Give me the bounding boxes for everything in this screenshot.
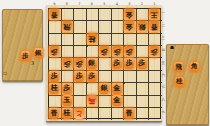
piece-香-1二[interactable]: 香	[149, 21, 159, 32]
cell-2一[interactable]	[137, 9, 150, 21]
cell-4三[interactable]	[112, 34, 125, 46]
rank-label: 四	[162, 50, 166, 54]
cell-6一[interactable]	[87, 9, 100, 21]
piece-金-4七[interactable]: 金	[112, 83, 122, 94]
cell-7一[interactable]	[74, 9, 87, 21]
cell-8三[interactable]	[62, 34, 75, 46]
piece-桂-9七[interactable]: 桂	[49, 83, 59, 94]
cell-8一[interactable]	[62, 9, 75, 21]
piece-歩-8五[interactable]: 歩	[62, 58, 72, 69]
rank-label: 七	[162, 87, 166, 91]
file-label: 9	[53, 3, 55, 7]
cell-2六[interactable]	[137, 71, 150, 83]
file-label: 6	[91, 3, 93, 7]
cell-6二[interactable]	[87, 21, 100, 33]
cell-2七[interactable]	[137, 83, 150, 95]
piece-香-9九[interactable]: 香	[49, 108, 59, 119]
cell-4一[interactable]	[112, 9, 125, 21]
piece-馬-6八[interactable]: 馬	[87, 95, 97, 106]
star-point	[86, 82, 88, 84]
cell-1七[interactable]	[149, 83, 162, 95]
file-label: 3	[128, 3, 130, 7]
cell-1三[interactable]	[149, 34, 162, 46]
gote-hand-銀[interactable]: 銀	[34, 48, 43, 58]
piece-歩-9六[interactable]: 歩	[49, 71, 59, 82]
piece-金-3二[interactable]: 金	[124, 21, 134, 32]
piece-銀-5七[interactable]: 銀	[99, 83, 109, 94]
piece-歩-4四[interactable]: 歩	[112, 46, 122, 57]
cell-1六[interactable]	[149, 71, 162, 83]
sente-side-mark: ☗	[170, 46, 174, 51]
cell-9五[interactable]	[49, 58, 62, 70]
piece-歩-3四[interactable]: 歩	[124, 46, 134, 57]
cell-3六[interactable]	[124, 71, 137, 83]
cell-5六[interactable]	[99, 71, 112, 83]
piece-王-1一[interactable]: 王	[149, 9, 159, 20]
cell-6四[interactable]	[87, 46, 100, 58]
cell-5一[interactable]	[99, 9, 112, 21]
cell-9二[interactable]	[49, 21, 62, 33]
piece-金-4八[interactable]: 金	[112, 95, 122, 106]
cell-1五[interactable]	[149, 58, 162, 70]
cell-5五[interactable]	[99, 58, 112, 70]
hand-count: 3	[31, 61, 34, 66]
piece-香-3九[interactable]: 香	[124, 108, 134, 119]
cell-3七[interactable]	[124, 83, 137, 95]
piece-歩-6六[interactable]: 歩	[87, 71, 97, 82]
rank-label: 五	[162, 62, 166, 66]
cell-6九[interactable]	[87, 108, 100, 120]
piece-飛-8二[interactable]: 飛	[62, 21, 72, 32]
cell-4六[interactable]	[112, 71, 125, 83]
file-label: 7	[78, 3, 80, 7]
piece-歩-5四[interactable]: 歩	[99, 46, 109, 57]
piece-銀-6五[interactable]: 銀	[87, 58, 97, 69]
cell-5九[interactable]	[99, 108, 112, 120]
cell-3三[interactable]	[124, 34, 137, 46]
cell-7七[interactable]	[74, 83, 87, 95]
piece-歩-4五[interactable]: 歩	[112, 58, 122, 69]
cell-5二[interactable]	[99, 21, 112, 33]
cell-1九[interactable]	[149, 108, 162, 120]
file-label: 2	[141, 3, 143, 7]
cell-5三[interactable]	[99, 34, 112, 46]
rank-label: 二	[162, 25, 166, 29]
cell-8六[interactable]	[62, 71, 75, 83]
piece-歩-2五[interactable]: 歩	[137, 58, 147, 69]
file-label: 5	[103, 3, 105, 7]
cell-7二[interactable]	[74, 21, 87, 33]
rank-label: 六	[162, 74, 166, 78]
cell-7四[interactable]	[74, 46, 87, 58]
cell-8四[interactable]	[62, 46, 75, 58]
cell-4九[interactable]	[112, 108, 125, 120]
cell-1八[interactable]	[149, 96, 162, 108]
cell-2九[interactable]	[137, 108, 150, 120]
piece-歩-8七[interactable]: 歩	[62, 83, 72, 94]
cell-2三[interactable]	[137, 34, 150, 46]
cell-4二[interactable]	[112, 21, 125, 33]
cell-5八[interactable]	[99, 96, 112, 108]
cell-3八[interactable]	[124, 96, 137, 108]
cell-2四[interactable]	[137, 46, 150, 58]
piece-歩-7五[interactable]: 歩	[74, 58, 84, 69]
shogi-app: ☖ 歩3銀 ☗ 飛角桂 987654321一二三四五六七八九香金王飛金銀香桂歩歩…	[0, 0, 210, 126]
gote-hand-tray[interactable]: ☖ 歩3銀	[2, 9, 43, 81]
cell-7三[interactable]	[74, 34, 87, 46]
piece-歩-1四[interactable]: 歩	[149, 46, 159, 57]
piece-銀-2二[interactable]: 銀	[137, 21, 147, 32]
piece-金-3一[interactable]: 金	[124, 9, 134, 20]
piece-歩-9四[interactable]: 歩	[49, 46, 59, 57]
gote-hand-歩[interactable]: 歩	[21, 51, 30, 61]
piece-桂-6三[interactable]: 桂	[87, 33, 97, 44]
sente-hand-角[interactable]: 角	[190, 62, 199, 72]
rank-label: 九	[162, 111, 166, 115]
piece-歩-3五[interactable]: 歩	[124, 58, 134, 69]
file-label: 1	[153, 3, 155, 7]
rank-label: 一	[162, 12, 166, 16]
piece-玉-8八[interactable]: 玉	[62, 95, 72, 106]
piece-桂-8九[interactable]: 桂	[62, 108, 72, 119]
sente-hand-桂[interactable]: 桂	[175, 77, 184, 87]
cell-9三[interactable]	[49, 34, 62, 46]
file-label: 8	[66, 3, 68, 7]
rank-label: 八	[162, 99, 166, 103]
gote-side-mark: ☖	[3, 72, 7, 77]
sente-hand-tray[interactable]: ☗ 飛角桂	[166, 44, 209, 125]
file-label: 4	[116, 3, 118, 7]
star-point	[86, 45, 88, 47]
rank-label: 三	[162, 37, 166, 41]
sente-hand-飛[interactable]: 飛	[174, 62, 183, 72]
piece-と-7九[interactable]: と	[74, 108, 84, 119]
cell-6七[interactable]	[87, 83, 100, 95]
cell-2八[interactable]	[137, 96, 150, 108]
piece-香-9一[interactable]: 香	[49, 9, 59, 20]
piece-歩-7六[interactable]: 歩	[74, 71, 84, 82]
cell-7八[interactable]	[74, 96, 87, 108]
cell-9八[interactable]	[49, 96, 62, 108]
